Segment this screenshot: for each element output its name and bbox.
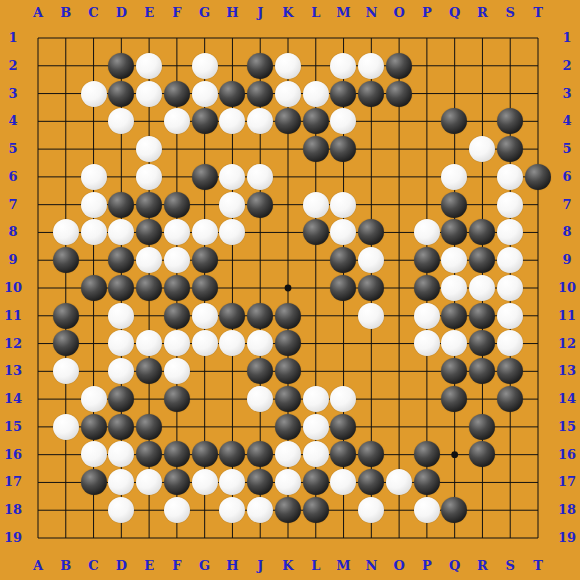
- white-stone: [303, 386, 329, 412]
- white-stone: [469, 275, 495, 301]
- white-stone: [303, 81, 329, 107]
- white-stone: [108, 469, 134, 495]
- white-stone: [247, 164, 273, 190]
- white-stone: [414, 497, 440, 523]
- black-stone: [136, 441, 162, 467]
- black-stone: [469, 219, 495, 245]
- white-stone: [108, 108, 134, 134]
- white-stone: [330, 108, 356, 134]
- white-stone: [164, 330, 190, 356]
- white-stone: [136, 136, 162, 162]
- black-stone: [164, 275, 190, 301]
- white-stone: [497, 330, 523, 356]
- white-stone: [192, 53, 218, 79]
- black-stone: [330, 81, 356, 107]
- black-stone: [303, 497, 329, 523]
- white-stone: [219, 497, 245, 523]
- white-stone: [497, 275, 523, 301]
- black-stone: [358, 469, 384, 495]
- black-stone: [525, 164, 551, 190]
- white-stone: [358, 303, 384, 329]
- white-stone: [303, 192, 329, 218]
- black-stone: [303, 469, 329, 495]
- white-stone: [81, 386, 107, 412]
- white-stone: [81, 219, 107, 245]
- black-stone: [497, 386, 523, 412]
- white-stone: [303, 414, 329, 440]
- go-board[interactable]: [24, 24, 552, 552]
- white-stone: [330, 219, 356, 245]
- white-stone: [441, 164, 467, 190]
- black-stone: [469, 414, 495, 440]
- black-stone: [108, 247, 134, 273]
- black-stone: [441, 497, 467, 523]
- black-stone: [414, 441, 440, 467]
- black-stone: [275, 108, 301, 134]
- black-stone: [136, 219, 162, 245]
- black-stone: [247, 192, 273, 218]
- white-stone: [358, 247, 384, 273]
- white-stone: [414, 303, 440, 329]
- white-stone: [164, 358, 190, 384]
- black-stone: [358, 441, 384, 467]
- white-stone: [275, 441, 301, 467]
- white-stone: [136, 469, 162, 495]
- white-stone: [81, 164, 107, 190]
- black-stone: [108, 275, 134, 301]
- white-stone: [330, 386, 356, 412]
- white-stone: [219, 219, 245, 245]
- white-stone: [164, 108, 190, 134]
- black-stone: [136, 414, 162, 440]
- black-stone: [441, 303, 467, 329]
- white-stone: [192, 303, 218, 329]
- go-board-app: AABBCCDDEEFFGGHHJJKKLLMMNNOOPPQQRRSSTT11…: [0, 0, 580, 580]
- black-stone: [192, 108, 218, 134]
- black-stone: [358, 81, 384, 107]
- black-stone: [136, 192, 162, 218]
- black-stone: [414, 469, 440, 495]
- white-stone: [330, 53, 356, 79]
- black-stone: [330, 275, 356, 301]
- white-stone: [219, 192, 245, 218]
- black-stone: [275, 386, 301, 412]
- white-stone: [108, 358, 134, 384]
- white-stone: [108, 497, 134, 523]
- black-stone: [275, 303, 301, 329]
- black-stone: [441, 219, 467, 245]
- black-stone: [303, 108, 329, 134]
- black-stone: [192, 164, 218, 190]
- white-stone: [136, 53, 162, 79]
- black-stone: [469, 303, 495, 329]
- black-stone: [81, 414, 107, 440]
- white-stone: [219, 108, 245, 134]
- black-stone: [275, 414, 301, 440]
- white-stone: [136, 330, 162, 356]
- black-stone: [247, 303, 273, 329]
- white-stone: [441, 330, 467, 356]
- black-stone: [275, 358, 301, 384]
- black-stone: [247, 358, 273, 384]
- black-stone: [192, 441, 218, 467]
- black-stone: [164, 386, 190, 412]
- white-stone: [386, 469, 412, 495]
- black-stone: [164, 192, 190, 218]
- black-stone: [414, 275, 440, 301]
- black-stone: [441, 386, 467, 412]
- white-stone: [358, 53, 384, 79]
- black-stone: [330, 247, 356, 273]
- white-stone: [469, 136, 495, 162]
- white-stone: [497, 247, 523, 273]
- black-stone: [192, 275, 218, 301]
- black-stone: [108, 192, 134, 218]
- black-stone: [414, 247, 440, 273]
- black-stone: [247, 53, 273, 79]
- white-stone: [108, 219, 134, 245]
- black-stone: [164, 469, 190, 495]
- black-stone: [330, 414, 356, 440]
- white-stone: [497, 164, 523, 190]
- black-stone: [136, 275, 162, 301]
- black-stone: [247, 81, 273, 107]
- white-stone: [497, 219, 523, 245]
- black-stone: [53, 330, 79, 356]
- black-stone: [386, 53, 412, 79]
- white-stone: [497, 192, 523, 218]
- white-stone: [247, 330, 273, 356]
- black-stone: [247, 469, 273, 495]
- black-stone: [275, 330, 301, 356]
- black-stone: [108, 386, 134, 412]
- black-stone: [441, 192, 467, 218]
- black-stone: [219, 81, 245, 107]
- white-stone: [81, 441, 107, 467]
- black-stone: [136, 358, 162, 384]
- white-stone: [219, 330, 245, 356]
- white-stone: [53, 414, 79, 440]
- white-stone: [108, 303, 134, 329]
- white-stone: [219, 164, 245, 190]
- black-stone: [108, 53, 134, 79]
- white-stone: [192, 81, 218, 107]
- black-stone: [386, 81, 412, 107]
- white-stone: [81, 81, 107, 107]
- black-stone: [303, 219, 329, 245]
- black-stone: [164, 441, 190, 467]
- white-stone: [108, 330, 134, 356]
- black-stone: [358, 275, 384, 301]
- white-stone: [275, 81, 301, 107]
- white-stone: [247, 386, 273, 412]
- white-stone: [53, 219, 79, 245]
- black-stone: [358, 219, 384, 245]
- black-stone: [441, 108, 467, 134]
- white-stone: [414, 219, 440, 245]
- black-stone: [441, 358, 467, 384]
- white-stone: [192, 219, 218, 245]
- white-stone: [219, 469, 245, 495]
- black-stone: [469, 441, 495, 467]
- black-stone: [247, 441, 273, 467]
- black-stone: [330, 441, 356, 467]
- black-stone: [275, 497, 301, 523]
- black-stone: [469, 358, 495, 384]
- black-stone: [108, 81, 134, 107]
- white-stone: [136, 164, 162, 190]
- black-stone: [81, 469, 107, 495]
- black-stone: [497, 136, 523, 162]
- black-stone: [192, 247, 218, 273]
- white-stone: [164, 497, 190, 523]
- black-stone: [469, 247, 495, 273]
- black-stone: [53, 247, 79, 273]
- black-stone: [53, 303, 79, 329]
- black-stone: [303, 136, 329, 162]
- white-stone: [330, 469, 356, 495]
- white-stone: [441, 247, 467, 273]
- white-stone: [247, 108, 273, 134]
- white-stone: [164, 219, 190, 245]
- white-stone: [192, 469, 218, 495]
- white-stone: [164, 247, 190, 273]
- white-stone: [53, 358, 79, 384]
- white-stone: [303, 441, 329, 467]
- white-stone: [358, 497, 384, 523]
- white-stone: [247, 497, 273, 523]
- black-stone: [497, 358, 523, 384]
- white-stone: [192, 330, 218, 356]
- black-stone: [108, 414, 134, 440]
- white-stone: [330, 192, 356, 218]
- white-stone: [414, 330, 440, 356]
- black-stone: [164, 303, 190, 329]
- white-stone: [136, 247, 162, 273]
- white-stone: [275, 469, 301, 495]
- white-stone: [275, 53, 301, 79]
- black-stone: [497, 108, 523, 134]
- black-stone: [164, 81, 190, 107]
- white-stone: [441, 275, 467, 301]
- white-stone: [81, 192, 107, 218]
- black-stone: [81, 275, 107, 301]
- white-stone: [108, 441, 134, 467]
- black-stone: [330, 136, 356, 162]
- white-stone: [136, 81, 162, 107]
- black-stone: [219, 303, 245, 329]
- black-stone: [469, 330, 495, 356]
- white-stone: [497, 303, 523, 329]
- black-stone: [219, 441, 245, 467]
